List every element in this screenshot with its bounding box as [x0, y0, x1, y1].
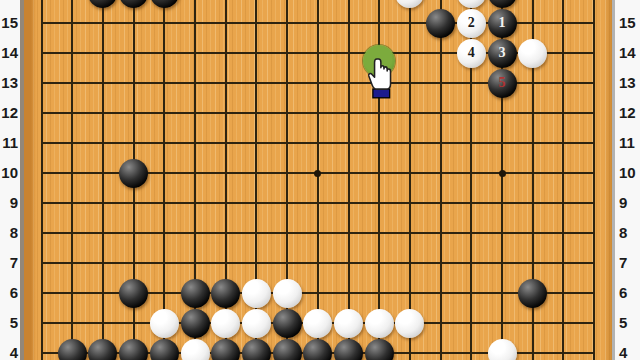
- left-row-label-5: 5: [0, 314, 18, 332]
- black-stone-c5-r16[interactable]: [150, 0, 179, 8]
- right-row-label-10: 10: [619, 164, 639, 182]
- black-stone-c9-r5[interactable]: [273, 309, 302, 338]
- white-stone-c13-r5[interactable]: [395, 309, 424, 338]
- grid-line-col-5: [163, 0, 165, 360]
- move-number-label: 4: [457, 39, 486, 68]
- move-number-label: 3: [488, 39, 517, 68]
- left-row-label-7: 7: [0, 254, 18, 272]
- hand-cursor-icon: [367, 56, 395, 100]
- black-stone-c7-r6[interactable]: [211, 279, 240, 308]
- black-stone-c4-r16[interactable]: [119, 0, 148, 8]
- left-row-label-6: 6: [0, 284, 18, 302]
- white-stone-c12-r5[interactable]: [365, 309, 394, 338]
- black-stone-c2-r4[interactable]: [58, 339, 87, 360]
- right-row-label-5: 5: [619, 314, 639, 332]
- black-stone-c4-r6[interactable]: [119, 279, 148, 308]
- white-stone-c10-r5[interactable]: [303, 309, 332, 338]
- grid-line-row-11: [41, 142, 596, 144]
- right-row-label-13: 13: [619, 74, 639, 92]
- black-stone-c3-r16[interactable]: [88, 0, 117, 8]
- left-row-label-13: 13: [0, 74, 18, 92]
- black-stone-c11-r4[interactable]: [334, 339, 363, 360]
- grid-line-col-3: [102, 0, 104, 360]
- black-stone-c6-r6[interactable]: [181, 279, 210, 308]
- move-4-white-stone-c15-r14[interactable]: 4: [457, 39, 486, 68]
- black-stone-c4-r10[interactable]: [119, 159, 148, 188]
- left-row-label-11: 11: [0, 134, 18, 152]
- grid-line-row-8: [41, 232, 596, 234]
- left-coordinate-strip: 151413121110987654: [0, 0, 20, 360]
- white-stone-c8-r6[interactable]: [242, 279, 271, 308]
- star-point-16-10: [499, 170, 506, 177]
- move-number-label: 5: [488, 69, 517, 98]
- left-row-label-14: 14: [0, 44, 18, 62]
- black-stone-c17-r6[interactable]: [518, 279, 547, 308]
- board-right-edge: [604, 0, 612, 360]
- right-row-label-9: 9: [619, 194, 639, 212]
- grid-line-col-13: [409, 0, 411, 360]
- star-point-10-10: [314, 170, 321, 177]
- black-stone-c4-r4[interactable]: [119, 339, 148, 360]
- grid-line-col-18: [562, 0, 564, 360]
- move-1-black-stone-c16-r15[interactable]: 1: [488, 9, 517, 38]
- left-row-label-8: 8: [0, 224, 18, 242]
- white-stone-c8-r5[interactable]: [242, 309, 271, 338]
- black-stone-c16-r16[interactable]: [488, 0, 517, 8]
- right-row-label-14: 14: [619, 44, 639, 62]
- move-number-label: 1: [488, 9, 517, 38]
- black-stone-c3-r4[interactable]: [88, 339, 117, 360]
- black-stone-c5-r4[interactable]: [150, 339, 179, 360]
- black-stone-c8-r4[interactable]: [242, 339, 271, 360]
- grid-line-col-11: [348, 0, 350, 360]
- grid-line-row-7: [41, 262, 596, 264]
- grid-line-col-2: [71, 0, 73, 360]
- move-5-black-stone-c16-r13[interactable]: 5: [488, 69, 517, 98]
- grid-line-col-10: [317, 0, 319, 360]
- white-stone-c16-r4[interactable]: [488, 339, 517, 360]
- go-app-frame: 21435 151413121110987654 151413121110987…: [0, 0, 640, 360]
- grid-line-row-12: [41, 112, 596, 114]
- white-stone-c17-r14[interactable]: [518, 39, 547, 68]
- right-row-label-15: 15: [619, 14, 639, 32]
- left-row-label-15: 15: [0, 14, 18, 32]
- left-row-label-4: 4: [0, 344, 18, 360]
- grid-line-col-14: [440, 0, 442, 360]
- white-stone-c15-r16[interactable]: [457, 0, 486, 8]
- black-stone-c14-r15[interactable]: [426, 9, 455, 38]
- move-3-black-stone-c16-r14[interactable]: 3: [488, 39, 517, 68]
- right-coordinate-strip: 151413121110987654: [615, 0, 640, 360]
- grid-line-col-19: [593, 0, 595, 360]
- right-row-label-11: 11: [619, 134, 639, 152]
- board-left-edge: [20, 0, 36, 360]
- right-row-label-7: 7: [619, 254, 639, 272]
- grid-line-row-9: [41, 202, 596, 204]
- black-stone-c10-r4[interactable]: [303, 339, 332, 360]
- black-stone-c12-r4[interactable]: [365, 339, 394, 360]
- white-stone-c13-r16[interactable]: [395, 0, 424, 8]
- right-row-label-12: 12: [619, 104, 639, 122]
- white-stone-c5-r5[interactable]: [150, 309, 179, 338]
- left-row-label-9: 9: [0, 194, 18, 212]
- right-row-label-8: 8: [619, 224, 639, 242]
- white-stone-c7-r5[interactable]: [211, 309, 240, 338]
- white-stone-c9-r6[interactable]: [273, 279, 302, 308]
- black-stone-c7-r4[interactable]: [211, 339, 240, 360]
- left-row-label-10: 10: [0, 164, 18, 182]
- white-stone-c11-r5[interactable]: [334, 309, 363, 338]
- right-row-label-4: 4: [619, 344, 639, 360]
- black-stone-c9-r4[interactable]: [273, 339, 302, 360]
- right-row-label-6: 6: [619, 284, 639, 302]
- go-board[interactable]: 21435: [20, 0, 612, 360]
- white-stone-c6-r4[interactable]: [181, 339, 210, 360]
- move-number-label: 2: [457, 9, 486, 38]
- left-row-label-12: 12: [0, 104, 18, 122]
- black-stone-c6-r5[interactable]: [181, 309, 210, 338]
- grid-line-col-1: [41, 0, 43, 360]
- move-2-white-stone-c15-r15[interactable]: 2: [457, 9, 486, 38]
